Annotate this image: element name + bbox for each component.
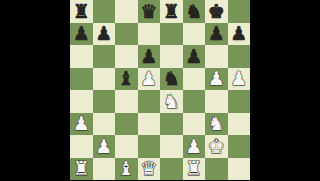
square-a3[interactable]: ♟	[70, 113, 93, 136]
square-c5[interactable]: ♝	[115, 68, 138, 91]
square-f3[interactable]	[183, 113, 206, 136]
square-c3[interactable]	[115, 113, 138, 136]
square-a8[interactable]: ♜	[70, 0, 93, 23]
square-c6[interactable]	[115, 45, 138, 68]
white-pawn-icon: ♟	[140, 69, 157, 88]
square-d3[interactable]	[138, 113, 161, 136]
square-d8[interactable]: ♛	[138, 0, 161, 23]
square-g5[interactable]: ♟	[205, 68, 228, 91]
white-pawn-icon: ♟	[73, 114, 90, 133]
square-e4[interactable]: ♞	[160, 90, 183, 113]
square-f4[interactable]	[183, 90, 206, 113]
square-a2[interactable]	[70, 135, 93, 158]
square-e7[interactable]	[160, 23, 183, 46]
white-rook-icon: ♜	[73, 159, 90, 178]
letterbox-left	[0, 0, 70, 180]
black-bishop-icon: ♝	[118, 69, 135, 88]
square-a5[interactable]	[70, 68, 93, 91]
square-f8[interactable]: ♞	[183, 0, 206, 23]
square-h7[interactable]: ♟	[228, 23, 251, 46]
square-c8[interactable]	[115, 0, 138, 23]
black-pawn-icon: ♟	[230, 24, 247, 43]
square-g8[interactable]: ♚	[205, 0, 228, 23]
white-pawn-icon: ♟	[208, 69, 225, 88]
white-pawn-icon: ♟	[230, 69, 247, 88]
square-g1[interactable]	[205, 158, 228, 181]
video-frame: ♜♛♜♞♚♟♟♟♟♟♟♝♟♞♟♟♞♟♞♟♟♚♜♝♛♜	[0, 0, 320, 180]
black-knight-icon: ♞	[185, 1, 202, 20]
square-g2[interactable]: ♚	[205, 135, 228, 158]
square-d7[interactable]	[138, 23, 161, 46]
square-e6[interactable]	[160, 45, 183, 68]
square-d4[interactable]	[138, 90, 161, 113]
black-rook-icon: ♜	[163, 1, 180, 20]
square-b2[interactable]: ♟	[93, 135, 116, 158]
white-pawn-icon: ♟	[95, 136, 112, 155]
square-h8[interactable]	[228, 0, 251, 23]
square-b6[interactable]	[93, 45, 116, 68]
square-c7[interactable]	[115, 23, 138, 46]
square-g3[interactable]: ♞	[205, 113, 228, 136]
square-f5[interactable]	[183, 68, 206, 91]
square-h2[interactable]	[228, 135, 251, 158]
square-e2[interactable]	[160, 135, 183, 158]
square-a6[interactable]	[70, 45, 93, 68]
white-bishop-icon: ♝	[118, 159, 135, 178]
square-f2[interactable]: ♟	[183, 135, 206, 158]
square-f7[interactable]	[183, 23, 206, 46]
square-h4[interactable]	[228, 90, 251, 113]
square-d2[interactable]	[138, 135, 161, 158]
square-c1[interactable]: ♝	[115, 158, 138, 181]
square-b4[interactable]	[93, 90, 116, 113]
white-pawn-icon: ♟	[185, 136, 202, 155]
square-g6[interactable]	[205, 45, 228, 68]
square-d5[interactable]: ♟	[138, 68, 161, 91]
square-f6[interactable]: ♟	[183, 45, 206, 68]
square-b3[interactable]	[93, 113, 116, 136]
white-rook-icon: ♜	[185, 159, 202, 178]
square-a1[interactable]: ♜	[70, 158, 93, 181]
square-a4[interactable]	[70, 90, 93, 113]
square-c4[interactable]	[115, 90, 138, 113]
black-pawn-icon: ♟	[140, 46, 157, 65]
square-a7[interactable]: ♟	[70, 23, 93, 46]
letterbox-right	[250, 0, 320, 180]
white-queen-icon: ♛	[140, 159, 157, 178]
square-h3[interactable]	[228, 113, 251, 136]
black-knight-icon: ♞	[163, 69, 180, 88]
square-e3[interactable]	[160, 113, 183, 136]
chess-board: ♜♛♜♞♚♟♟♟♟♟♟♝♟♞♟♟♞♟♞♟♟♚♜♝♛♜	[70, 0, 250, 180]
square-d6[interactable]: ♟	[138, 45, 161, 68]
square-h6[interactable]	[228, 45, 251, 68]
square-d1[interactable]: ♛	[138, 158, 161, 181]
white-king-icon: ♚	[208, 136, 225, 155]
square-b5[interactable]	[93, 68, 116, 91]
square-g4[interactable]	[205, 90, 228, 113]
square-h1[interactable]	[228, 158, 251, 181]
black-queen-icon: ♛	[140, 1, 157, 20]
square-e1[interactable]	[160, 158, 183, 181]
square-h5[interactable]: ♟	[228, 68, 251, 91]
square-b7[interactable]: ♟	[93, 23, 116, 46]
black-pawn-icon: ♟	[95, 24, 112, 43]
white-knight-icon: ♞	[208, 114, 225, 133]
black-king-icon: ♚	[208, 1, 225, 20]
black-pawn-icon: ♟	[208, 24, 225, 43]
black-pawn-icon: ♟	[185, 46, 202, 65]
square-c2[interactable]	[115, 135, 138, 158]
square-b8[interactable]	[93, 0, 116, 23]
square-f1[interactable]: ♜	[183, 158, 206, 181]
white-knight-icon: ♞	[163, 91, 180, 110]
square-e8[interactable]: ♜	[160, 0, 183, 23]
black-rook-icon: ♜	[73, 1, 90, 20]
square-e5[interactable]: ♞	[160, 68, 183, 91]
square-g7[interactable]: ♟	[205, 23, 228, 46]
square-b1[interactable]	[93, 158, 116, 181]
black-pawn-icon: ♟	[73, 24, 90, 43]
